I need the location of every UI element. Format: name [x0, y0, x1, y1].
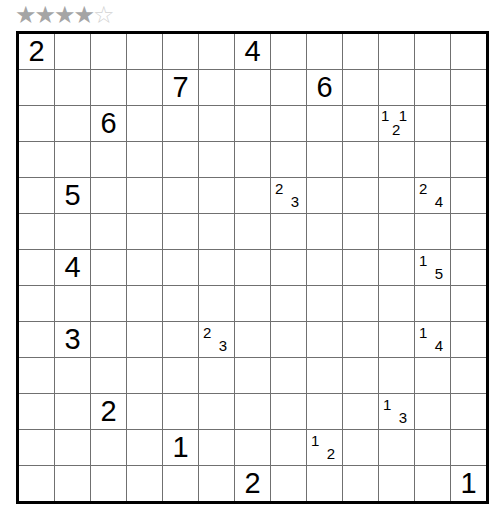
cell-r8c6[interactable]	[199, 286, 234, 321]
cell-r12c4[interactable]	[127, 430, 162, 465]
cell-r5c8[interactable]: 23	[271, 178, 306, 213]
clue-value: 1	[419, 253, 427, 268]
cell-r2c12[interactable]	[415, 70, 450, 105]
cell-r10c3[interactable]	[91, 358, 126, 393]
cell-r6c3[interactable]	[91, 214, 126, 249]
cell-r5c13[interactable]	[451, 178, 486, 213]
cell-r9c5[interactable]	[163, 322, 198, 357]
cell-r3c9[interactable]	[307, 106, 342, 141]
cell-r13c1[interactable]	[19, 466, 54, 501]
cell-r9c6[interactable]: 23	[199, 322, 234, 357]
cell-r11c10[interactable]	[343, 394, 378, 429]
cell-r12c12[interactable]	[415, 430, 450, 465]
cell-r13c3[interactable]	[91, 466, 126, 501]
cell-r5c6[interactable]	[199, 178, 234, 213]
cell-r10c9[interactable]	[307, 358, 342, 393]
cell-r10c11[interactable]	[379, 358, 414, 393]
cell-r3c5[interactable]	[163, 106, 198, 141]
cell-r9c1[interactable]	[19, 322, 54, 357]
cell-r11c11[interactable]: 13	[379, 394, 414, 429]
cell-r10c1[interactable]	[19, 358, 54, 393]
cell-r2c2[interactable]	[55, 70, 90, 105]
cell-r8c5[interactable]	[163, 286, 198, 321]
cell-r1c6[interactable]	[199, 34, 234, 69]
cell-r2c3[interactable]	[91, 70, 126, 105]
cell-r2c10[interactable]	[343, 70, 378, 105]
cell-r1c5[interactable]	[163, 34, 198, 69]
cell-r13c8[interactable]	[271, 466, 306, 501]
cell-r6c6[interactable]	[199, 214, 234, 249]
cell-r8c4[interactable]	[127, 286, 162, 321]
cell-r5c11[interactable]	[379, 178, 414, 213]
clue-value: 2	[235, 466, 270, 501]
cell-r10c6[interactable]	[199, 358, 234, 393]
cell-r10c12[interactable]	[415, 358, 450, 393]
cell-r10c7[interactable]	[235, 358, 270, 393]
cell-r12c9[interactable]: 12	[307, 430, 342, 465]
cell-r9c11[interactable]	[379, 322, 414, 357]
cell-r12c11[interactable]	[379, 430, 414, 465]
cell-r4c9[interactable]	[307, 142, 342, 177]
clue-value: 2	[327, 446, 335, 461]
cell-r7c6[interactable]	[199, 250, 234, 285]
cell-r6c1[interactable]	[19, 214, 54, 249]
cell-r11c6[interactable]	[199, 394, 234, 429]
cell-r4c10[interactable]	[343, 142, 378, 177]
cell-r5c9[interactable]	[307, 178, 342, 213]
cell-r10c2[interactable]	[55, 358, 90, 393]
cell-r3c7[interactable]	[235, 106, 270, 141]
cell-r7c1[interactable]	[19, 250, 54, 285]
cell-r12c7[interactable]	[235, 430, 270, 465]
cell-r10c10[interactable]	[343, 358, 378, 393]
cell-r8c10[interactable]	[343, 286, 378, 321]
cell-r11c12[interactable]	[415, 394, 450, 429]
cell-r12c2[interactable]	[55, 430, 90, 465]
cell-r4c12[interactable]	[415, 142, 450, 177]
tapa-board: 24766121523244153231421311221	[16, 31, 489, 504]
cell-r11c3[interactable]: 2	[91, 394, 126, 429]
cell-r6c13[interactable]	[451, 214, 486, 249]
cell-r6c2[interactable]	[55, 214, 90, 249]
cell-r8c13[interactable]	[451, 286, 486, 321]
cell-r7c5[interactable]	[163, 250, 198, 285]
cell-r3c6[interactable]	[199, 106, 234, 141]
cell-r7c12[interactable]: 15	[415, 250, 450, 285]
cell-r5c12[interactable]: 24	[415, 178, 450, 213]
cell-r13c12[interactable]	[415, 466, 450, 501]
cell-r13c10[interactable]	[343, 466, 378, 501]
cell-r13c5[interactable]	[163, 466, 198, 501]
star-empty-icon: ☆	[93, 1, 113, 29]
cell-r7c4[interactable]	[127, 250, 162, 285]
cell-r2c4[interactable]	[127, 70, 162, 105]
cell-r6c10[interactable]	[343, 214, 378, 249]
clue-value: 2	[275, 181, 283, 196]
cell-r1c10[interactable]	[343, 34, 378, 69]
cell-r2c9[interactable]: 6	[307, 70, 342, 105]
cell-r6c12[interactable]	[415, 214, 450, 249]
cell-r1c12[interactable]	[415, 34, 450, 69]
cell-r6c8[interactable]	[271, 214, 306, 249]
cell-r8c12[interactable]	[415, 286, 450, 321]
cell-r7c3[interactable]	[91, 250, 126, 285]
clue-value: 4	[55, 250, 90, 285]
cell-r4c1[interactable]	[19, 142, 54, 177]
clue-value: 2	[19, 34, 54, 69]
cell-r2c7[interactable]	[235, 70, 270, 105]
cell-r9c9[interactable]	[307, 322, 342, 357]
clue-value: 2	[203, 325, 211, 340]
cell-r2c6[interactable]	[199, 70, 234, 105]
clue-value: 1	[419, 325, 427, 340]
clue-value: 1	[399, 108, 407, 123]
cell-r9c10[interactable]	[343, 322, 378, 357]
cell-r8c2[interactable]	[55, 286, 90, 321]
difficulty-rating: ★★★★☆	[15, 1, 113, 29]
star-filled-icon: ★	[15, 1, 35, 29]
cell-r9c8[interactable]	[271, 322, 306, 357]
cell-r5c3[interactable]	[91, 178, 126, 213]
cell-r3c4[interactable]	[127, 106, 162, 141]
cell-r1c4[interactable]	[127, 34, 162, 69]
cell-r1c1[interactable]: 2	[19, 34, 54, 69]
cell-r2c5[interactable]: 7	[163, 70, 198, 105]
cell-r12c13[interactable]	[451, 430, 486, 465]
cell-r13c6[interactable]	[199, 466, 234, 501]
cell-r2c11[interactable]	[379, 70, 414, 105]
cell-r12c6[interactable]	[199, 430, 234, 465]
cell-r11c9[interactable]	[307, 394, 342, 429]
cell-r8c8[interactable]	[271, 286, 306, 321]
cell-r2c13[interactable]	[451, 70, 486, 105]
cell-r12c3[interactable]	[91, 430, 126, 465]
star-filled-icon: ★	[35, 1, 55, 29]
clue-value: 7	[163, 70, 198, 105]
cell-r3c3[interactable]: 6	[91, 106, 126, 141]
clue-value: 6	[307, 70, 342, 105]
cell-r8c9[interactable]	[307, 286, 342, 321]
cell-r2c8[interactable]	[271, 70, 306, 105]
cell-r1c9[interactable]	[307, 34, 342, 69]
cell-r6c5[interactable]	[163, 214, 198, 249]
cell-r13c2[interactable]	[55, 466, 90, 501]
cell-r5c2[interactable]: 5	[55, 178, 90, 213]
clue-value: 1	[311, 433, 319, 448]
clue-value: 5	[435, 266, 443, 281]
cell-r8c3[interactable]	[91, 286, 126, 321]
cell-r2c1[interactable]	[19, 70, 54, 105]
cell-r4c4[interactable]	[127, 142, 162, 177]
cell-r11c8[interactable]	[271, 394, 306, 429]
cell-r1c3[interactable]	[91, 34, 126, 69]
clue-value: 2	[91, 394, 126, 429]
cell-r12c10[interactable]	[343, 430, 378, 465]
cell-r10c5[interactable]	[163, 358, 198, 393]
cell-r9c7[interactable]	[235, 322, 270, 357]
cell-r1c7[interactable]: 4	[235, 34, 270, 69]
cell-r7c8[interactable]	[271, 250, 306, 285]
cell-r4c2[interactable]	[55, 142, 90, 177]
cell-r13c13[interactable]: 1	[451, 466, 486, 501]
cell-r9c13[interactable]	[451, 322, 486, 357]
cell-r11c5[interactable]	[163, 394, 198, 429]
cell-r7c7[interactable]	[235, 250, 270, 285]
cell-r12c8[interactable]	[271, 430, 306, 465]
cell-r3c12[interactable]	[415, 106, 450, 141]
clue-value: 1	[383, 397, 391, 412]
cell-r10c13[interactable]	[451, 358, 486, 393]
cell-r12c1[interactable]	[19, 430, 54, 465]
clue-value: 4	[435, 338, 443, 353]
clue-value: 2	[392, 122, 400, 137]
star-filled-icon: ★	[54, 1, 74, 29]
cell-r5c1[interactable]	[19, 178, 54, 213]
cell-r5c4[interactable]	[127, 178, 162, 213]
cell-r10c8[interactable]	[271, 358, 306, 393]
cell-r3c13[interactable]	[451, 106, 486, 141]
cell-r13c11[interactable]	[379, 466, 414, 501]
cell-r8c7[interactable]	[235, 286, 270, 321]
tapa-puzzle-page: ★★★★☆ 24766121523244153231421311221	[0, 0, 503, 521]
cell-r7c11[interactable]	[379, 250, 414, 285]
clue-value: 1	[163, 430, 198, 465]
cell-r5c10[interactable]	[343, 178, 378, 213]
clue-value: 1	[451, 466, 486, 501]
cell-r9c12[interactable]: 14	[415, 322, 450, 357]
cell-r1c8[interactable]	[271, 34, 306, 69]
clue-value: 2	[419, 181, 427, 196]
cell-r1c2[interactable]	[55, 34, 90, 69]
cell-r6c7[interactable]	[235, 214, 270, 249]
cell-r3c8[interactable]	[271, 106, 306, 141]
cell-r11c7[interactable]	[235, 394, 270, 429]
cell-r7c9[interactable]	[307, 250, 342, 285]
cell-r13c7[interactable]: 2	[235, 466, 270, 501]
clue-value: 3	[219, 338, 227, 353]
cell-r13c4[interactable]	[127, 466, 162, 501]
clue-value: 1	[381, 108, 389, 123]
clue-value: 3	[291, 194, 299, 209]
cell-r9c4[interactable]	[127, 322, 162, 357]
cell-r4c7[interactable]	[235, 142, 270, 177]
clue-value: 3	[399, 410, 407, 425]
cell-r1c11[interactable]	[379, 34, 414, 69]
cell-r8c1[interactable]	[19, 286, 54, 321]
clue-value: 3	[55, 322, 90, 357]
cell-r9c3[interactable]	[91, 322, 126, 357]
clue-value: 4	[435, 194, 443, 209]
cell-r11c4[interactable]	[127, 394, 162, 429]
cell-r6c11[interactable]	[379, 214, 414, 249]
cell-r5c7[interactable]	[235, 178, 270, 213]
clue-value: 6	[91, 106, 126, 141]
clue-value: 5	[55, 178, 90, 213]
cell-r4c13[interactable]	[451, 142, 486, 177]
cell-r4c5[interactable]	[163, 142, 198, 177]
cell-r3c1[interactable]	[19, 106, 54, 141]
cell-r12c5[interactable]: 1	[163, 430, 198, 465]
cell-r8c11[interactable]	[379, 286, 414, 321]
cell-r4c6[interactable]	[199, 142, 234, 177]
cell-r7c10[interactable]	[343, 250, 378, 285]
cell-r10c4[interactable]	[127, 358, 162, 393]
cell-r7c13[interactable]	[451, 250, 486, 285]
star-filled-icon: ★	[74, 1, 94, 29]
cell-r4c3[interactable]	[91, 142, 126, 177]
cell-r4c11[interactable]	[379, 142, 414, 177]
cell-r6c4[interactable]	[127, 214, 162, 249]
clue-value: 4	[235, 34, 270, 69]
cell-r11c1[interactable]	[19, 394, 54, 429]
cell-r3c11[interactable]: 121	[379, 106, 414, 141]
cell-r9c2[interactable]: 3	[55, 322, 90, 357]
cell-r3c2[interactable]	[55, 106, 90, 141]
cell-r6c9[interactable]	[307, 214, 342, 249]
cell-r7c2[interactable]: 4	[55, 250, 90, 285]
cell-r11c2[interactable]	[55, 394, 90, 429]
cell-r11c13[interactable]	[451, 394, 486, 429]
cell-r5c5[interactable]	[163, 178, 198, 213]
cell-r4c8[interactable]	[271, 142, 306, 177]
cell-r1c13[interactable]	[451, 34, 486, 69]
cell-r3c10[interactable]	[343, 106, 378, 141]
cell-r13c9[interactable]	[307, 466, 342, 501]
